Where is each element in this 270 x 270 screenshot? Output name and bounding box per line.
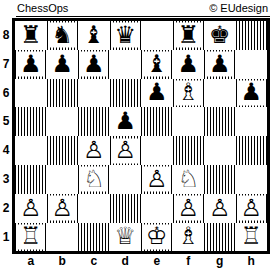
square-a2: ♙ bbox=[15, 194, 47, 223]
square-c8: ♝ bbox=[78, 21, 110, 50]
piece-black-pawn: ♟ bbox=[20, 51, 42, 75]
piece-halo: ♕ bbox=[112, 224, 139, 249]
rank-label-7: 7 bbox=[0, 50, 12, 79]
piece-black-bishop: ♝ bbox=[83, 22, 105, 46]
piece-halo: ♚ bbox=[206, 23, 233, 48]
square-e4 bbox=[141, 136, 173, 165]
file-label-h: h bbox=[236, 253, 268, 269]
square-a1: ♖ bbox=[15, 223, 47, 252]
square-f4 bbox=[173, 136, 205, 165]
piece-white-king: ♔ bbox=[146, 224, 168, 248]
piece-black-knight: ♞ bbox=[51, 22, 73, 46]
square-b8: ♞ bbox=[47, 21, 79, 50]
square-c1 bbox=[78, 223, 110, 252]
piece-halo: ♟ bbox=[17, 52, 44, 77]
square-d3 bbox=[110, 165, 142, 194]
piece-white-pawn: ♙ bbox=[83, 138, 105, 162]
piece-halo: ♟ bbox=[49, 52, 76, 77]
piece-halo: ♙ bbox=[143, 167, 170, 192]
piece-halo: ♗ bbox=[175, 80, 202, 105]
piece-white-pawn: ♙ bbox=[177, 195, 199, 219]
square-c2 bbox=[78, 194, 110, 223]
square-d6 bbox=[110, 79, 142, 108]
piece-white-pawn: ♙ bbox=[209, 195, 231, 219]
piece-halo: ♟ bbox=[143, 80, 170, 105]
piece-halo: ♜ bbox=[175, 23, 202, 48]
piece-white-pawn: ♙ bbox=[51, 195, 73, 219]
piece-halo: ♝ bbox=[80, 23, 107, 48]
piece-halo: ♘ bbox=[175, 167, 202, 192]
square-f5 bbox=[173, 107, 205, 136]
square-e2 bbox=[141, 194, 173, 223]
square-b6 bbox=[47, 79, 79, 108]
piece-halo: ♟ bbox=[238, 80, 265, 105]
square-f6: ♗ bbox=[173, 79, 205, 108]
rank-label-4: 4 bbox=[0, 136, 12, 165]
piece-black-bishop: ♝ bbox=[146, 51, 168, 75]
square-g4 bbox=[204, 136, 236, 165]
piece-halo: ♔ bbox=[143, 224, 170, 249]
piece-white-rook: ♖ bbox=[240, 224, 262, 248]
square-d1: ♕ bbox=[110, 223, 142, 252]
piece-halo: ♙ bbox=[206, 196, 233, 221]
piece-halo: ♖ bbox=[238, 224, 265, 249]
piece-black-queen: ♛ bbox=[114, 22, 136, 46]
square-b1 bbox=[47, 223, 79, 252]
square-f1: ♗ bbox=[173, 223, 205, 252]
piece-black-pawn: ♟ bbox=[114, 109, 136, 133]
piece-white-queen: ♕ bbox=[114, 224, 136, 248]
square-b5 bbox=[47, 107, 79, 136]
square-b4 bbox=[47, 136, 79, 165]
credit-text: © EUdesign bbox=[209, 2, 268, 14]
piece-halo: ♟ bbox=[206, 52, 233, 77]
piece-halo: ♘ bbox=[80, 167, 107, 192]
square-h3 bbox=[236, 165, 268, 194]
piece-halo: ♙ bbox=[17, 196, 44, 221]
piece-white-pawn: ♙ bbox=[240, 195, 262, 219]
square-g1 bbox=[204, 223, 236, 252]
file-label-f: f bbox=[173, 253, 205, 269]
piece-black-pawn: ♟ bbox=[51, 51, 73, 75]
board-frame: ♜♞♝♛♜♚♟♟♟♝♟♟♟♗♟♟♙♙♘♙♘♙♙♙♙♙♖♕♔♗♖ bbox=[13, 19, 269, 253]
piece-black-pawn: ♟ bbox=[177, 51, 199, 75]
piece-halo: ♛ bbox=[112, 23, 139, 48]
piece-white-pawn: ♙ bbox=[146, 166, 168, 190]
file-label-d: d bbox=[110, 253, 142, 269]
square-e1: ♔ bbox=[141, 223, 173, 252]
square-b3 bbox=[47, 165, 79, 194]
square-e5 bbox=[141, 107, 173, 136]
piece-white-pawn: ♙ bbox=[114, 138, 136, 162]
square-d7 bbox=[110, 50, 142, 79]
rank-label-8: 8 bbox=[0, 21, 12, 50]
square-c5 bbox=[78, 107, 110, 136]
square-d5: ♟ bbox=[110, 107, 142, 136]
square-f3: ♘ bbox=[173, 165, 205, 194]
file-label-g: g bbox=[204, 253, 236, 269]
rank-label-2: 2 bbox=[0, 194, 12, 223]
file-label-b: b bbox=[47, 253, 79, 269]
square-e6: ♟ bbox=[141, 79, 173, 108]
square-g3 bbox=[204, 165, 236, 194]
square-e7: ♝ bbox=[141, 50, 173, 79]
piece-halo: ♗ bbox=[175, 224, 202, 249]
piece-halo: ♙ bbox=[112, 138, 139, 163]
piece-black-pawn: ♟ bbox=[240, 80, 262, 104]
piece-halo: ♖ bbox=[17, 224, 44, 249]
header-divider bbox=[16, 16, 270, 17]
square-g7: ♟ bbox=[204, 50, 236, 79]
piece-white-bishop: ♗ bbox=[177, 80, 199, 104]
square-h2: ♙ bbox=[236, 194, 268, 223]
square-g6 bbox=[204, 79, 236, 108]
square-h1: ♖ bbox=[236, 223, 268, 252]
piece-white-pawn: ♙ bbox=[20, 195, 42, 219]
square-c7: ♟ bbox=[78, 50, 110, 79]
piece-halo: ♜ bbox=[17, 23, 44, 48]
square-a8: ♜ bbox=[15, 21, 47, 50]
square-h8 bbox=[236, 21, 268, 50]
piece-black-pawn: ♟ bbox=[146, 80, 168, 104]
square-h5 bbox=[236, 107, 268, 136]
file-label-a: a bbox=[15, 253, 47, 269]
piece-halo: ♟ bbox=[80, 52, 107, 77]
rank-label-5: 5 bbox=[0, 107, 12, 136]
square-b7: ♟ bbox=[47, 50, 79, 79]
square-h6: ♟ bbox=[236, 79, 268, 108]
square-b2: ♙ bbox=[47, 194, 79, 223]
piece-black-pawn: ♟ bbox=[209, 51, 231, 75]
square-c3: ♘ bbox=[78, 165, 110, 194]
piece-black-rook: ♜ bbox=[20, 22, 42, 46]
piece-halo: ♟ bbox=[112, 109, 139, 134]
piece-halo: ♙ bbox=[49, 196, 76, 221]
piece-halo: ♙ bbox=[80, 138, 107, 163]
square-a4 bbox=[15, 136, 47, 165]
square-d8: ♛ bbox=[110, 21, 142, 50]
square-d2 bbox=[110, 194, 142, 223]
square-g5 bbox=[204, 107, 236, 136]
rank-label-6: 6 bbox=[0, 79, 12, 108]
piece-black-king: ♚ bbox=[209, 22, 231, 46]
piece-black-pawn: ♟ bbox=[83, 51, 105, 75]
square-d4: ♙ bbox=[110, 136, 142, 165]
square-c6 bbox=[78, 79, 110, 108]
square-f8: ♜ bbox=[173, 21, 205, 50]
square-a3 bbox=[15, 165, 47, 194]
square-h7 bbox=[236, 50, 268, 79]
file-label-e: e bbox=[141, 253, 173, 269]
square-g2: ♙ bbox=[204, 194, 236, 223]
piece-white-knight: ♘ bbox=[177, 166, 199, 190]
square-e3: ♙ bbox=[141, 165, 173, 194]
square-e8 bbox=[141, 21, 173, 50]
app-title: ChessOps bbox=[17, 2, 68, 14]
square-f2: ♙ bbox=[173, 194, 205, 223]
square-c4: ♙ bbox=[78, 136, 110, 165]
piece-white-rook: ♖ bbox=[20, 224, 42, 248]
rank-label-3: 3 bbox=[0, 165, 12, 194]
square-a5 bbox=[15, 107, 47, 136]
piece-halo: ♞ bbox=[49, 23, 76, 48]
piece-white-bishop: ♗ bbox=[177, 224, 199, 248]
piece-black-rook: ♜ bbox=[177, 22, 199, 46]
square-h4 bbox=[236, 136, 268, 165]
piece-halo: ♙ bbox=[175, 196, 202, 221]
piece-white-knight: ♘ bbox=[83, 166, 105, 190]
square-f7: ♟ bbox=[173, 50, 205, 79]
rank-label-1: 1 bbox=[0, 223, 12, 252]
piece-halo: ♟ bbox=[175, 52, 202, 77]
board: ♜♞♝♛♜♚♟♟♟♝♟♟♟♗♟♟♙♙♘♙♘♙♙♙♙♙♖♕♔♗♖ bbox=[15, 21, 267, 251]
square-a7: ♟ bbox=[15, 50, 47, 79]
file-label-c: c bbox=[78, 253, 110, 269]
square-a6 bbox=[15, 79, 47, 108]
piece-halo: ♙ bbox=[238, 196, 265, 221]
square-g8: ♚ bbox=[204, 21, 236, 50]
piece-halo: ♝ bbox=[143, 52, 170, 77]
